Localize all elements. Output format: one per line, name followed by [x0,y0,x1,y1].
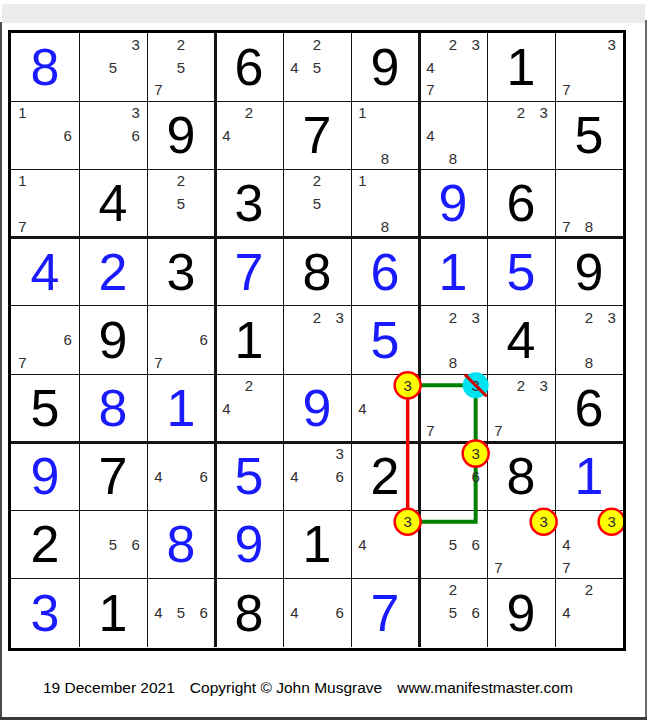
candidate-grid: 36 [419,442,487,510]
cell-r9c8[interactable]: 9 [487,579,555,647]
candidate-4: 4 [147,465,170,488]
cell-r9c9[interactable]: 24 [555,579,623,647]
cell-border-horizontal [11,510,623,511]
cell-r1c6[interactable]: 9 [351,33,419,101]
cell-r2c7[interactable]: 48 [419,101,487,169]
candidate-grid: 37 [487,510,555,578]
candidate-2: 2 [238,374,261,397]
candidate-2: 2 [306,169,329,192]
candidate-6: 6 [328,465,351,488]
candidate-grid: 37 [555,33,623,101]
solved-digit: 1 [575,450,604,502]
cell-r1c2[interactable]: 35 [79,33,147,101]
candidate-7: 7 [555,556,578,579]
candidate-grid: 34 [351,510,419,578]
candidate-4: 4 [351,533,374,556]
cell-r3c2[interactable]: 4 [79,169,147,237]
solved-digit: 7 [99,450,128,502]
cell-r4c4[interactable]: 7 [215,238,283,306]
candidate-2: 2 [170,33,193,56]
candidate-2: 2 [306,33,329,56]
candidate-grid: 25 [283,169,351,237]
solved-digit: 1 [303,518,332,570]
candidate-2: 2 [238,101,261,124]
candidate-grid: 34 [351,374,419,442]
candidate-grid: 48 [419,101,487,169]
candidate-grid: 2347 [419,33,487,101]
cell-r1c1[interactable]: 8 [11,33,79,101]
cell-r3c6[interactable]: 18 [351,169,419,237]
candidate-grid: 23 [283,306,351,374]
candidate-2: 2 [510,374,533,397]
candidate-grid: 67 [11,306,79,374]
solved-digit: 3 [167,246,196,298]
candidate-6: 6 [56,124,79,147]
cell-r2c4[interactable]: 24 [215,101,283,169]
solved-digit: 5 [31,382,60,434]
candidate-2: 2 [510,101,533,124]
cell-r9c3[interactable]: 456 [147,579,215,647]
candidate-3: 3 [396,510,419,533]
candidate-6: 6 [192,601,215,624]
cell-r3c1[interactable]: 17 [11,169,79,237]
cell-r9c2[interactable]: 1 [79,579,147,647]
cell-r3c7[interactable]: 9 [419,169,487,237]
candidate-8: 8 [442,351,465,374]
cell-r6c3[interactable]: 1 [147,374,215,442]
candidate-grid: 36 [79,101,147,169]
candidate-2: 2 [306,306,329,329]
solved-digit: 2 [371,450,400,502]
solved-digit: 8 [507,450,536,502]
solved-digit: 7 [371,587,400,639]
candidate-grid: 18 [351,169,419,237]
solved-digit: 1 [507,41,536,93]
candidate-6: 6 [56,329,79,352]
candidate-3: 3 [396,374,419,397]
solved-digit: 1 [439,246,468,298]
cell-r1c4[interactable]: 6 [215,33,283,101]
candidate-5: 5 [306,56,329,79]
cell-r8c6[interactable]: 34 [351,510,419,578]
solved-digit: 5 [371,314,400,366]
solved-digit: 5 [235,450,264,502]
candidate-4: 4 [215,124,238,147]
candidate-7: 7 [147,78,170,101]
solved-digit: 5 [575,109,604,161]
candidate-3: 3 [464,306,487,329]
candidate-grid: 46 [147,442,215,510]
cell-r6c7[interactable]: 37 [419,374,487,442]
cell-r5c8[interactable]: 4 [487,306,555,374]
solved-digit: 2 [31,518,60,570]
cell-r4c2[interactable]: 2 [79,238,147,306]
cell-r7c3[interactable]: 46 [147,442,215,510]
candidate-1: 1 [11,169,34,192]
candidate-7: 7 [487,419,510,442]
candidate-4: 4 [283,465,306,488]
candidate-8: 8 [578,215,601,238]
candidate-grid: 456 [147,579,215,647]
cell-r2c5[interactable]: 7 [283,101,351,169]
cell-r1c7[interactable]: 2347 [419,33,487,101]
candidate-3: 3 [124,101,147,124]
cell-r1c5[interactable]: 245 [283,33,351,101]
cell-r5c4[interactable]: 1 [215,306,283,374]
candidate-3: 3 [328,442,351,465]
candidate-grid: 37 [419,374,487,442]
candidate-4: 4 [555,601,578,624]
candidate-6: 6 [464,601,487,624]
candidate-1: 1 [11,101,34,124]
candidate-grid: 67 [147,306,215,374]
cell-r5c3[interactable]: 67 [147,306,215,374]
cell-r3c4[interactable]: 3 [215,169,283,237]
candidate-grid: 46 [283,579,351,647]
cell-r5c1[interactable]: 67 [11,306,79,374]
candidate-grid: 245 [283,33,351,101]
candidate-5: 5 [170,192,193,215]
cell-r8c8[interactable]: 37 [487,510,555,578]
candidate-2: 2 [442,33,465,56]
cell-r4c9[interactable]: 9 [555,238,623,306]
candidate-5: 5 [442,601,465,624]
cell-r6c8[interactable]: 237 [487,374,555,442]
candidate-3: 3 [124,33,147,56]
candidate-2: 2 [578,579,601,602]
cell-r8c4[interactable]: 9 [215,510,283,578]
candidate-5: 5 [170,56,193,79]
candidate-4: 4 [555,533,578,556]
cell-r7c1[interactable]: 9 [11,442,79,510]
solved-digit: 4 [99,177,128,229]
candidate-3: 3 [600,510,623,533]
candidate-grid: 346 [283,442,351,510]
candidate-8: 8 [578,351,601,374]
candidate-3: 3 [600,33,623,56]
cell-border-vertical [283,33,284,647]
solved-digit: 5 [507,246,536,298]
candidate-4: 4 [351,397,374,420]
candidate-grid: 35 [79,33,147,101]
candidate-1: 1 [351,101,374,124]
solved-digit: 6 [507,177,536,229]
solved-digit: 9 [371,41,400,93]
box-border-horizontal [11,236,623,239]
cell-border-horizontal [11,578,623,579]
cell-r7c5[interactable]: 346 [283,442,351,510]
candidate-grid: 16 [11,101,79,169]
candidate-8: 8 [374,215,397,238]
cell-r2c1[interactable]: 16 [11,101,79,169]
cell-r2c8[interactable]: 23 [487,101,555,169]
sudoku-board: 8352576245923471371636924718482351742532… [0,0,650,720]
candidate-grid: 237 [487,374,555,442]
cell-r5c2[interactable]: 9 [79,306,147,374]
solved-digit: 9 [99,314,128,366]
cell-r9c1[interactable]: 3 [11,579,79,647]
candidate-6: 6 [464,533,487,556]
cell-r8c7[interactable]: 56 [419,510,487,578]
solved-digit: 9 [167,109,196,161]
cell-r4c7[interactable]: 1 [419,238,487,306]
cell-r7c4[interactable]: 5 [215,442,283,510]
candidate-3: 3 [600,306,623,329]
solved-digit: 6 [235,41,264,93]
cell-r8c9[interactable]: 347 [555,510,623,578]
candidate-5: 5 [442,533,465,556]
solved-digit: 6 [371,246,400,298]
cell-r3c8[interactable]: 6 [487,169,555,237]
candidate-3: 3 [464,374,487,397]
candidate-6: 6 [124,533,147,556]
candidate-grid: 17 [11,169,79,237]
footer-date: 19 December 2021 [43,679,175,697]
candidate-3: 3 [532,510,555,533]
candidate-grid: 56 [419,510,487,578]
solved-digit: 1 [235,314,264,366]
footer-copyright: Copyright © John Musgrave [190,679,382,697]
cell-r7c9[interactable]: 1 [555,442,623,510]
candidate-7: 7 [419,419,442,442]
candidate-7: 7 [11,351,34,374]
solved-digit: 4 [31,246,60,298]
cell-r7c7[interactable]: 36 [419,442,487,510]
solved-digit: 1 [167,382,196,434]
candidate-grid: 238 [419,306,487,374]
cell-r5c6[interactable]: 5 [351,306,419,374]
solved-digit: 9 [575,246,604,298]
solved-digit: 4 [507,314,536,366]
cell-r8c5[interactable]: 1 [283,510,351,578]
cell-r4c5[interactable]: 8 [283,238,351,306]
candidate-2: 2 [442,579,465,602]
candidate-grid: 56 [79,510,147,578]
candidate-grid: 24 [215,101,283,169]
candidate-grid: 78 [555,169,623,237]
solved-digit: 9 [439,177,468,229]
cell-r9c7[interactable]: 256 [419,579,487,647]
cell-r5c7[interactable]: 238 [419,306,487,374]
solved-digit: 3 [31,587,60,639]
solved-digit: 8 [167,518,196,570]
candidate-grid: 238 [555,306,623,374]
candidate-7: 7 [487,556,510,579]
candidate-5: 5 [306,192,329,215]
cell-r5c9[interactable]: 238 [555,306,623,374]
candidate-4: 4 [147,601,170,624]
cell-r6c1[interactable]: 5 [11,374,79,442]
cell-r7c2[interactable]: 7 [79,442,147,510]
candidate-6: 6 [464,465,487,488]
candidate-5: 5 [102,56,125,79]
solved-digit: 3 [235,177,264,229]
cell-r9c4[interactable]: 8 [215,579,283,647]
candidate-8: 8 [442,147,465,170]
candidate-6: 6 [192,465,215,488]
candidate-4: 4 [419,124,442,147]
cell-r9c6[interactable]: 7 [351,579,419,647]
candidate-7: 7 [147,351,170,374]
cell-r1c9[interactable]: 37 [555,33,623,101]
candidate-3: 3 [464,33,487,56]
candidate-grid: 257 [147,33,215,101]
candidate-3: 3 [532,374,555,397]
candidate-grid: 256 [419,579,487,647]
solved-digit: 6 [575,382,604,434]
solved-digit: 8 [99,382,128,434]
candidate-grid: 347 [555,510,623,578]
candidate-7: 7 [419,78,442,101]
cell-r7c6[interactable]: 2 [351,442,419,510]
cell-r4c1[interactable]: 4 [11,238,79,306]
candidate-2: 2 [442,306,465,329]
cell-r6c5[interactable]: 9 [283,374,351,442]
cell-r4c8[interactable]: 5 [487,238,555,306]
cell-r2c2[interactable]: 36 [79,101,147,169]
cell-r2c3[interactable]: 9 [147,101,215,169]
cell-r9c5[interactable]: 46 [283,579,351,647]
cell-r2c9[interactable]: 5 [555,101,623,169]
cell-r2c6[interactable]: 18 [351,101,419,169]
candidate-2: 2 [170,169,193,192]
solved-digit: 8 [235,587,264,639]
cell-r6c2[interactable]: 8 [79,374,147,442]
solved-digit: 8 [303,246,332,298]
cell-r1c8[interactable]: 1 [487,33,555,101]
solved-digit: 7 [235,246,264,298]
solved-digit: 9 [235,518,264,570]
cell-r8c1[interactable]: 2 [11,510,79,578]
candidate-5: 5 [102,533,125,556]
solved-digit: 2 [99,246,128,298]
candidate-6: 6 [192,329,215,352]
cell-r4c6[interactable]: 6 [351,238,419,306]
candidate-grid: 23 [487,101,555,169]
cell-r3c5[interactable]: 25 [283,169,351,237]
candidate-1: 1 [351,169,374,192]
candidate-4: 4 [215,397,238,420]
candidate-4: 4 [283,56,306,79]
box-border-horizontal [11,441,623,444]
cell-r6c6[interactable]: 34 [351,374,419,442]
candidate-8: 8 [374,147,397,170]
candidate-grid: 18 [351,101,419,169]
candidate-grid: 24 [555,579,623,647]
solved-digit: 9 [507,587,536,639]
footer-website: www.manifestmaster.com [397,679,573,697]
solved-digit: 9 [303,382,332,434]
cell-r3c9[interactable]: 78 [555,169,623,237]
candidate-4: 4 [283,601,306,624]
candidate-grid: 25 [147,169,215,237]
solved-digit: 1 [99,587,128,639]
candidate-7: 7 [555,215,578,238]
cell-r6c4[interactable]: 24 [215,374,283,442]
cell-r8c3[interactable]: 8 [147,510,215,578]
cell-r1c3[interactable]: 257 [147,33,215,101]
cell-r5c5[interactable]: 23 [283,306,351,374]
cell-r3c3[interactable]: 25 [147,169,215,237]
candidate-6: 6 [124,124,147,147]
candidate-4: 4 [419,56,442,79]
cell-r4c3[interactable]: 3 [147,238,215,306]
candidate-5: 5 [170,601,193,624]
solved-digit: 8 [31,41,60,93]
candidate-grid: 24 [215,374,283,442]
candidate-2: 2 [578,306,601,329]
footer: 19 December 2021 Copyright © John Musgra… [43,679,573,697]
candidate-6: 6 [328,601,351,624]
cell-r8c2[interactable]: 56 [79,510,147,578]
solved-digit: 9 [31,450,60,502]
cell-r7c8[interactable]: 8 [487,442,555,510]
candidate-7: 7 [555,78,578,101]
solved-digit: 7 [303,109,332,161]
candidate-3: 3 [532,101,555,124]
candidate-7: 7 [11,215,34,238]
candidate-3: 3 [328,306,351,329]
candidate-3: 3 [464,442,487,465]
cell-r6c9[interactable]: 6 [555,374,623,442]
